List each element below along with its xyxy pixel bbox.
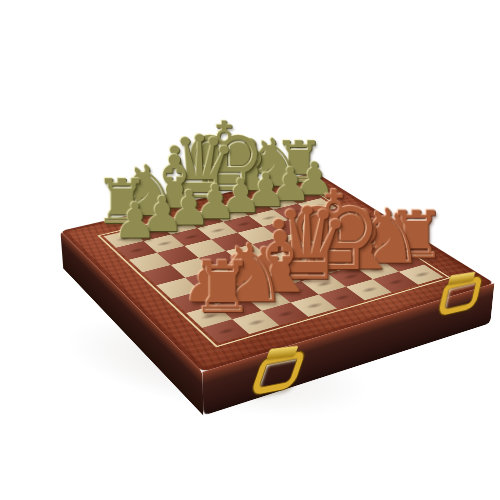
piece-brass-pawn: ♟ xyxy=(112,196,156,245)
scene: ♜♞♝♛♚♝♞♜♟♟♟♟♟♟♟♟♟♟♟♟♟♟♟♟♜♞♝♛♚♝♞♜ xyxy=(0,0,500,500)
piece-copper-rook: ♜ xyxy=(190,252,254,323)
product-photo: ♜♞♝♛♚♝♞♜♟♟♟♟♟♟♟♟♟♟♟♟♟♟♟♟♜♞♝♛♚♝♞♜ xyxy=(0,0,500,500)
